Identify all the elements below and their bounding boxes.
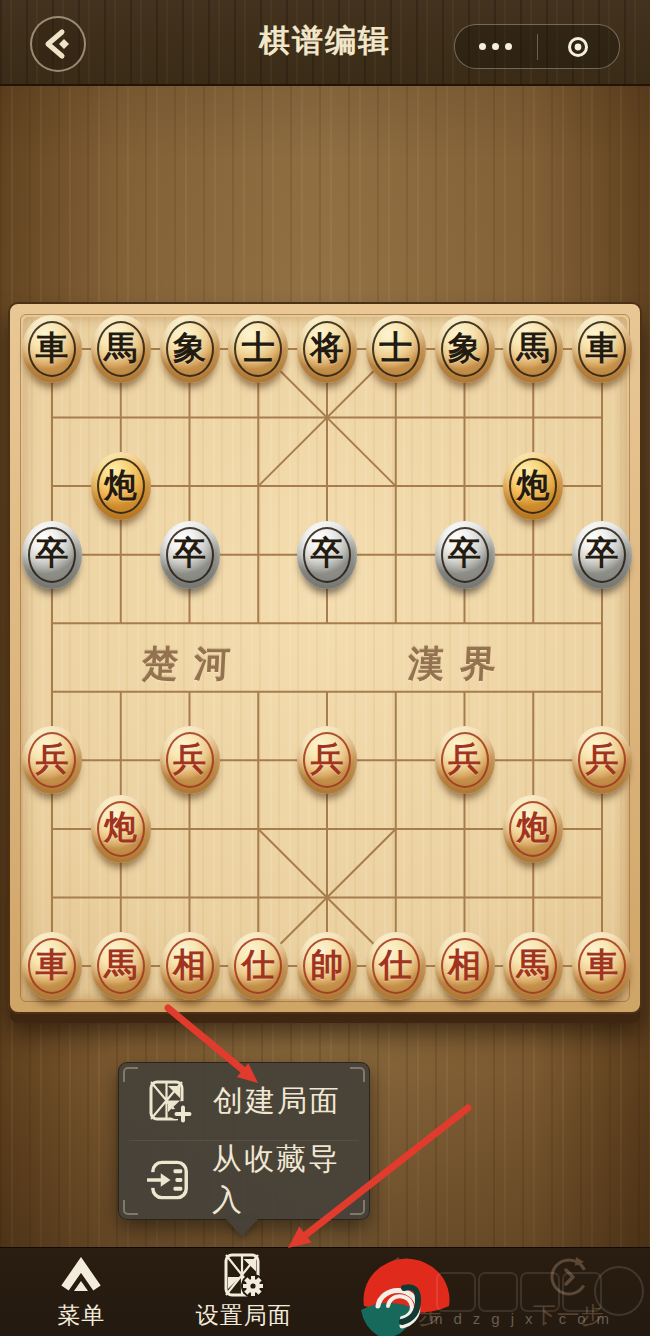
more-button[interactable] [455,25,537,68]
back-icon [38,24,78,64]
piece-black-chariot[interactable]: 車 [572,315,632,383]
piece-red-soldier[interactable]: 兵 [435,726,495,794]
piece-character: 卒 [586,537,619,570]
next-step-icon [547,1255,591,1299]
piece-red-cannon[interactable]: 炮 [503,795,563,863]
piece-black-cannon[interactable]: 炮 [91,452,151,520]
menu-item-label: 从收藏导入 [212,1139,369,1221]
piece-red-cannon[interactable]: 炮 [91,795,151,863]
context-menu: 创建局面 从收藏导入 [118,1062,370,1220]
piece-character: 卒 [36,537,69,570]
toolbar-previous-step-button[interactable]: 上一步 [325,1248,488,1336]
popup-pointer [225,1218,259,1237]
menu-corner-ornament [123,1067,138,1082]
piece-red-soldier[interactable]: 兵 [572,726,632,794]
bottom-toolbar: 菜单 [0,1247,650,1336]
piece-red-horse[interactable]: 馬 [91,932,151,1000]
menu-icon [58,1257,104,1297]
piece-black-cannon[interactable]: 炮 [503,452,563,520]
piece-character: 馬 [517,332,550,365]
menu-item-create-position[interactable]: 创建局面 [119,1063,369,1140]
previous-step-icon [384,1255,428,1299]
create-position-icon [147,1079,193,1125]
piece-character: 士 [379,332,412,365]
piece-red-soldier[interactable]: 兵 [160,726,220,794]
wechat-capsule [454,24,620,69]
piece-character: 馬 [104,949,137,982]
menu-corner-ornament [350,1067,365,1082]
more-icon [479,43,486,50]
piece-character: 馬 [517,949,550,982]
piece-character: 卒 [311,537,344,570]
piece-character: 卒 [173,537,206,570]
piece-red-chariot[interactable]: 車 [22,932,82,1000]
piece-character: 車 [36,949,69,982]
piece-black-horse[interactable]: 馬 [91,315,151,383]
piece-character: 兵 [36,743,69,776]
piece-red-elephant[interactable]: 相 [435,932,495,1000]
piece-character: 馬 [104,332,137,365]
piece-red-general[interactable]: 帥 [297,932,357,1000]
board-surface [23,317,627,999]
toolbar-label: 设置局面 [196,1300,292,1331]
piece-character: 車 [586,949,619,982]
toolbar-label: 下一步 [533,1300,605,1331]
toolbar-setup-position-button[interactable]: 设置局面 [163,1248,326,1336]
piece-red-advisor[interactable]: 仕 [366,932,426,1000]
piece-red-chariot[interactable]: 車 [572,932,632,1000]
import-favorites-icon [147,1157,192,1203]
piece-character: 炮 [104,811,137,844]
menu-item-label: 创建局面 [213,1081,341,1122]
piece-black-soldier[interactable]: 卒 [572,521,632,589]
piece-character: 卒 [448,537,481,570]
toolbar-label: 菜单 [57,1300,105,1331]
piece-black-horse[interactable]: 馬 [503,315,563,383]
piece-black-elephant[interactable]: 象 [435,315,495,383]
piece-character: 帥 [311,949,344,982]
piece-red-advisor[interactable]: 仕 [228,932,288,1000]
piece-character: 炮 [104,469,137,502]
piece-red-soldier[interactable]: 兵 [22,726,82,794]
piece-character: 兵 [586,743,619,776]
piece-black-soldier[interactable]: 卒 [160,521,220,589]
toolbar-next-step-button[interactable]: 下一步 [488,1248,650,1336]
navigation-bar: 棋谱编辑 [0,0,650,86]
piece-character: 仕 [242,949,275,982]
piece-red-soldier[interactable]: 兵 [297,726,357,794]
piece-character: 相 [448,949,481,982]
piece-black-advisor[interactable]: 士 [366,315,426,383]
menu-corner-ornament [123,1200,138,1215]
piece-character: 象 [448,332,481,365]
piece-character: 炮 [517,469,550,502]
piece-black-elephant[interactable]: 象 [160,315,220,383]
back-button[interactable] [30,16,86,72]
toolbar-label: 上一步 [370,1300,442,1331]
piece-black-soldier[interactable]: 卒 [297,521,357,589]
record-circle-icon [565,34,591,60]
piece-black-soldier[interactable]: 卒 [435,521,495,589]
piece-red-horse[interactable]: 馬 [503,932,563,1000]
piece-character: 象 [173,332,206,365]
piece-character: 相 [173,949,206,982]
screen: 棋谱编辑 楚河 漢界 車馬象 [0,0,650,1336]
minimize-button[interactable] [538,25,620,68]
piece-character: 車 [36,332,69,365]
piece-red-elephant[interactable]: 相 [160,932,220,1000]
setup-position-icon [220,1253,268,1301]
piece-character: 仕 [379,949,412,982]
piece-character: 士 [242,332,275,365]
piece-character: 将 [311,332,344,365]
toolbar-menu-button[interactable]: 菜单 [0,1248,163,1336]
piece-black-chariot[interactable]: 車 [22,315,82,383]
piece-character: 兵 [448,743,481,776]
menu-corner-ornament [350,1200,365,1215]
piece-character: 車 [586,332,619,365]
piece-character: 兵 [173,743,206,776]
xiangqi-board[interactable]: 楚河 漢界 車馬象士将士象馬車炮炮卒卒卒卒卒兵兵兵兵兵炮炮車馬相仕帥仕相馬車 [8,302,642,1014]
piece-black-general[interactable]: 将 [297,315,357,383]
piece-black-advisor[interactable]: 士 [228,315,288,383]
piece-character: 炮 [517,811,550,844]
piece-black-soldier[interactable]: 卒 [22,521,82,589]
piece-character: 兵 [311,743,344,776]
menu-item-import-favorites[interactable]: 从收藏导入 [119,1141,369,1218]
